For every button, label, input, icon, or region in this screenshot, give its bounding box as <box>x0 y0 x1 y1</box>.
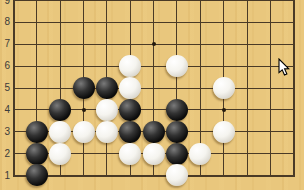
stone-white-D3 <box>73 121 95 143</box>
stone-white-G2 <box>143 143 165 165</box>
stone-black-B3 <box>26 121 48 143</box>
stone-white-C3 <box>49 121 71 143</box>
stone-white-E4 <box>96 99 118 121</box>
stone-white-E3 <box>96 121 118 143</box>
stone-white-H6 <box>166 55 188 77</box>
stones-layer <box>2 0 304 186</box>
stone-black-H4 <box>166 99 188 121</box>
stone-white-J2 <box>189 143 211 165</box>
stone-black-F4 <box>119 99 141 121</box>
stone-white-K5 <box>213 77 235 99</box>
stone-black-H2 <box>166 143 188 165</box>
stone-black-F3 <box>119 121 141 143</box>
stone-black-D5 <box>73 77 95 99</box>
stone-black-G3 <box>143 121 165 143</box>
stone-black-B1 <box>26 164 48 186</box>
stone-white-K3 <box>213 121 235 143</box>
stone-black-B2 <box>26 143 48 165</box>
stone-black-H3 <box>166 121 188 143</box>
stone-black-E5 <box>96 77 118 99</box>
stone-white-F6 <box>119 55 141 77</box>
stone-white-C2 <box>49 143 71 165</box>
mouse-cursor-icon <box>278 58 290 76</box>
go-board[interactable]: 987654321 <box>0 0 304 190</box>
stone-white-F2 <box>119 143 141 165</box>
stone-white-H1 <box>166 164 188 186</box>
stone-white-F5 <box>119 77 141 99</box>
stone-black-C4 <box>49 99 71 121</box>
